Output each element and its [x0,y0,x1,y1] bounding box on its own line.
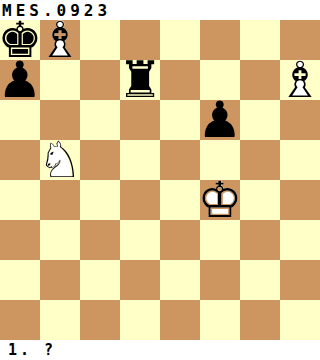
square-h3[interactable] [280,220,320,260]
white-bishop-outline-layer: ♗ [280,60,320,100]
square-f4[interactable]: ♚♔ [200,180,240,220]
square-h7[interactable]: ♝♗ [280,60,320,100]
square-d1[interactable] [120,300,160,340]
square-d5[interactable] [120,140,160,180]
white-king-outline-layer: ♔ [200,180,240,220]
white-king: ♚♔ [200,180,240,220]
square-g6[interactable] [240,100,280,140]
square-f1[interactable] [200,300,240,340]
move-prompt: 1. ? [0,340,320,360]
black-pawn: ♟ [198,100,243,140]
square-h1[interactable] [280,300,320,340]
square-g8[interactable] [240,20,280,60]
square-h6[interactable] [280,100,320,140]
white-bishop: ♝♗ [280,60,320,100]
square-a5[interactable] [0,140,40,180]
chess-board: ♚♝♗♟♜♝♗♟♞♘♚♔ [0,20,320,340]
square-c2[interactable] [80,260,120,300]
square-b1[interactable] [40,300,80,340]
square-a2[interactable] [0,260,40,300]
square-b2[interactable] [40,260,80,300]
square-c5[interactable] [80,140,120,180]
square-b8[interactable]: ♝♗ [40,20,80,60]
black-rook: ♜ [118,60,163,100]
black-pawn: ♟ [0,60,42,100]
square-d4[interactable] [120,180,160,220]
square-e4[interactable] [160,180,200,220]
square-c6[interactable] [80,100,120,140]
square-f8[interactable] [200,20,240,60]
square-a1[interactable] [0,300,40,340]
square-a7[interactable]: ♟ [0,60,40,100]
square-g1[interactable] [240,300,280,340]
square-d3[interactable] [120,220,160,260]
square-g5[interactable] [240,140,280,180]
square-c4[interactable] [80,180,120,220]
square-b3[interactable] [40,220,80,260]
square-a6[interactable] [0,100,40,140]
square-f3[interactable] [200,220,240,260]
square-b7[interactable] [40,60,80,100]
square-c3[interactable] [80,220,120,260]
square-c7[interactable] [80,60,120,100]
square-g2[interactable] [240,260,280,300]
square-e3[interactable] [160,220,200,260]
square-g7[interactable] [240,60,280,100]
square-c8[interactable] [80,20,120,60]
square-e1[interactable] [160,300,200,340]
square-e6[interactable] [160,100,200,140]
square-b4[interactable] [40,180,80,220]
square-b5[interactable]: ♞♘ [40,140,80,180]
square-e2[interactable] [160,260,200,300]
square-d2[interactable] [120,260,160,300]
square-e8[interactable] [160,20,200,60]
white-bishop-outline-layer: ♗ [40,20,80,60]
square-f2[interactable] [200,260,240,300]
square-c1[interactable] [80,300,120,340]
white-bishop: ♝♗ [40,20,80,60]
square-g3[interactable] [240,220,280,260]
square-g4[interactable] [240,180,280,220]
square-h4[interactable] [280,180,320,220]
white-knight-outline-layer: ♘ [40,140,80,180]
square-d6[interactable] [120,100,160,140]
square-d7[interactable]: ♜ [120,60,160,100]
white-knight: ♞♘ [40,140,80,180]
square-f6[interactable]: ♟ [200,100,240,140]
square-a4[interactable] [0,180,40,220]
square-e7[interactable] [160,60,200,100]
square-e5[interactable] [160,140,200,180]
square-a3[interactable] [0,220,40,260]
square-h5[interactable] [280,140,320,180]
square-h2[interactable] [280,260,320,300]
